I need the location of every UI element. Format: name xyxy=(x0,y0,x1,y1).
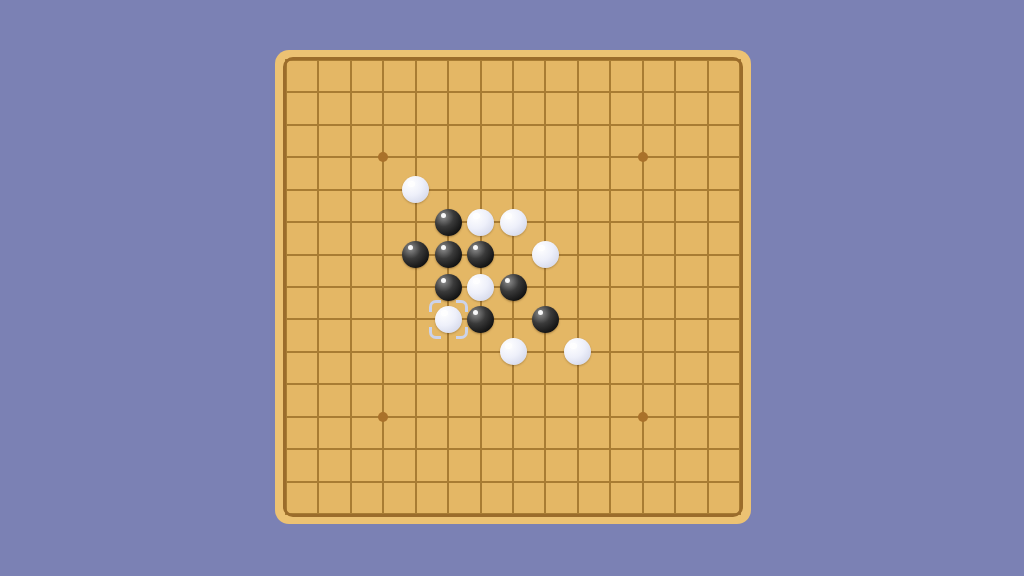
stone-black xyxy=(402,241,429,268)
stone-black xyxy=(435,209,462,236)
star-point xyxy=(378,152,388,162)
stone-black xyxy=(532,306,559,333)
star-point xyxy=(638,412,648,422)
grid-line xyxy=(544,59,546,515)
stone-black xyxy=(467,241,494,268)
grid-line xyxy=(285,318,741,320)
stone-white xyxy=(435,306,462,333)
grid-line xyxy=(285,416,741,418)
grid-line xyxy=(609,59,611,515)
stone-black xyxy=(500,274,527,301)
grid-line xyxy=(739,59,741,515)
stone-black xyxy=(435,241,462,268)
star-point xyxy=(378,412,388,422)
grid-line xyxy=(577,59,579,515)
grid-line xyxy=(707,59,709,515)
grid-line xyxy=(285,448,741,450)
star-point xyxy=(638,152,648,162)
stone-white xyxy=(532,241,559,268)
stone-white xyxy=(467,274,494,301)
grid-line xyxy=(642,59,644,515)
grid-line xyxy=(674,59,676,515)
stone-black xyxy=(467,306,494,333)
stone-white xyxy=(500,209,527,236)
stone-white xyxy=(467,209,494,236)
board-grid[interactable] xyxy=(286,60,740,514)
stone-white xyxy=(564,338,591,365)
stone-white xyxy=(500,338,527,365)
stone-white xyxy=(402,176,429,203)
board[interactable] xyxy=(275,50,751,524)
grid-line xyxy=(285,383,741,385)
grid-line xyxy=(285,481,741,483)
stone-black xyxy=(435,274,462,301)
app-background xyxy=(0,0,1024,576)
grid-line xyxy=(285,513,741,515)
